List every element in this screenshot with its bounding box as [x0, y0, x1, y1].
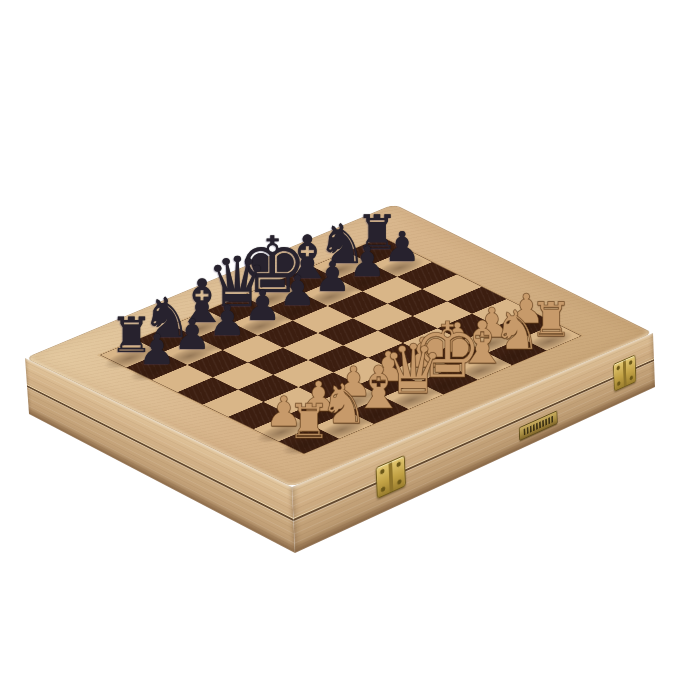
black-pawn-e7: ♟: [279, 271, 316, 313]
black-pawn-a7: ♟: [138, 329, 176, 371]
pieces-layer: ♜♟♞♟♝♟♚♟♛♟♝♟♟♜♞♟♟♞♜♟♟♝♟♚♟♛♟♝♟♞♟♜: [0, 0, 700, 700]
product-photo-scene: ♜♟♞♟♝♟♚♟♛♟♝♟♟♜♞♟♟♞♜♟♟♝♟♚♟♛♟♝♟♞♟♜: [0, 0, 700, 700]
black-pawn-c7: ♟: [209, 300, 246, 342]
white-rook-a1: ♜: [288, 398, 331, 446]
black-pawn-h7: ♟: [384, 227, 421, 268]
black-pawn-f7: ♟: [314, 256, 351, 297]
black-pawn-g7: ♟: [349, 241, 386, 282]
black-pawn-d7: ♟: [244, 285, 281, 327]
black-pawn-b7: ♟: [174, 314, 212, 356]
